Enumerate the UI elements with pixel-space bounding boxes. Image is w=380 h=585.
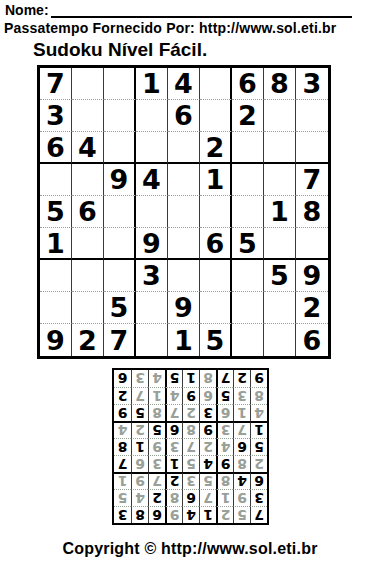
puzzle-cell-r8c1[interactable] — [40, 292, 72, 324]
puzzle-cell-r3c4[interactable] — [136, 132, 168, 164]
solution-cell-r1c8: 8 — [131, 506, 148, 523]
solution-cell-r6c9: 4 — [114, 421, 131, 438]
puzzle-cell-r1c9[interactable]: 3 — [296, 68, 328, 100]
solution-cell-r1c5: 4 — [182, 506, 199, 523]
solution-cell-r5c5: 7 — [182, 438, 199, 455]
solution-cell-r1c4: 1 — [199, 506, 216, 523]
puzzle-cell-r7c1[interactable] — [40, 260, 72, 292]
puzzle-cell-r1c6[interactable] — [200, 68, 232, 100]
solution-cell-r3c1: 6 — [250, 472, 267, 489]
solution-cell-r5c8: 1 — [131, 438, 148, 455]
solution-cell-r2c1: 3 — [250, 489, 267, 506]
puzzle-cell-r9c2[interactable]: 2 — [72, 324, 104, 356]
solution-cell-r8c7: 1 — [148, 387, 165, 404]
solution-cell-r6c6: 6 — [165, 421, 182, 438]
puzzle-cell-r7c2[interactable] — [72, 260, 104, 292]
solution-cell-r6c3: 3 — [216, 421, 233, 438]
name-blank-line — [51, 3, 352, 18]
solution-cell-r9c6: 5 — [165, 370, 182, 387]
solution-cell-r8c3: 5 — [216, 387, 233, 404]
puzzle-cell-r3c6[interactable]: 2 — [200, 132, 232, 164]
solution-cell-r4c8: 6 — [131, 455, 148, 472]
puzzle-cell-r4c1[interactable] — [40, 164, 72, 196]
puzzle-cell-r9c8[interactable] — [264, 324, 296, 356]
solution-cell-r5c9: 8 — [114, 438, 131, 455]
solution-cell-r6c2: 7 — [233, 421, 250, 438]
solution-cell-r3c6: 2 — [165, 472, 182, 489]
puzzle-cell-r3c1[interactable]: 6 — [40, 132, 72, 164]
solution-cell-r7c9: 9 — [114, 404, 131, 421]
solution-cell-r8c2: 3 — [233, 387, 250, 404]
solution-cell-r5c1: 5 — [250, 438, 267, 455]
puzzle-cell-r6c7[interactable]: 5 — [232, 228, 264, 260]
solution-cell-r6c4: 9 — [199, 421, 216, 438]
solution-cell-r2c7: 2 — [148, 489, 165, 506]
solution-cell-r1c9: 3 — [114, 506, 131, 523]
solution-cell-r3c2: 4 — [233, 472, 250, 489]
solution-cell-r7c2: 1 — [233, 404, 250, 421]
solution-cell-r9c8: 3 — [131, 370, 148, 387]
puzzle-cell-r1c2[interactable] — [72, 68, 104, 100]
solution-cell-r7c3: 6 — [216, 404, 233, 421]
puzzle-cell-r2c3[interactable] — [104, 100, 136, 132]
solution-cell-r9c2: 2 — [233, 370, 250, 387]
solution-cell-r9c7: 4 — [148, 370, 165, 387]
solution-cell-r7c8: 5 — [131, 404, 148, 421]
solution-cell-r1c7: 6 — [148, 506, 165, 523]
provider-line: Passatempo Fornecido Por: http://www.sol… — [0, 18, 380, 37]
puzzle-cell-r2c9[interactable] — [296, 100, 328, 132]
puzzle-cell-r2c1[interactable]: 3 — [40, 100, 72, 132]
puzzle-cell-r8c4[interactable] — [136, 292, 168, 324]
solution-cell-r7c7: 8 — [148, 404, 165, 421]
puzzle-cell-r8c6[interactable] — [200, 292, 232, 324]
solution-cell-r6c5: 8 — [182, 421, 199, 438]
puzzle-cell-r1c4[interactable]: 1 — [136, 68, 168, 100]
solution-cell-r8c9: 2 — [114, 387, 131, 404]
puzzle-cell-r5c6[interactable] — [200, 196, 232, 228]
solution-cell-r4c3: 9 — [216, 455, 233, 472]
solution-cell-r3c3: 8 — [216, 472, 233, 489]
puzzle-cell-r4c2[interactable] — [72, 164, 104, 196]
puzzle-cell-r5c8[interactable]: 1 — [264, 196, 296, 228]
puzzle-cell-r5c7[interactable] — [232, 196, 264, 228]
puzzle-cell-r9c5[interactable]: 1 — [168, 324, 200, 356]
puzzle-cell-r5c9[interactable]: 8 — [296, 196, 328, 228]
puzzle-cell-r2c7[interactable]: 2 — [232, 100, 264, 132]
puzzle-cell-r8c2[interactable] — [72, 292, 104, 324]
puzzle-cell-r3c9[interactable] — [296, 132, 328, 164]
solution-cell-r1c2: 5 — [233, 506, 250, 523]
solution-cell-r4c7: 3 — [148, 455, 165, 472]
solution-cell-r2c8: 4 — [131, 489, 148, 506]
puzzle-cell-r1c7[interactable]: 6 — [232, 68, 264, 100]
solution-cell-r8c8: 7 — [131, 387, 148, 404]
puzzle-cell-r1c1[interactable]: 7 — [40, 68, 72, 100]
sudoku-puzzle-grid: 714683362642941756181965359592927156 — [37, 65, 331, 359]
solution-cell-r4c6: 1 — [165, 455, 182, 472]
solution-cell-r2c2: 9 — [233, 489, 250, 506]
puzzle-cell-r9c7[interactable] — [232, 324, 264, 356]
puzzle-cell-r7c6[interactable] — [200, 260, 232, 292]
puzzle-cell-r7c5[interactable] — [168, 260, 200, 292]
puzzle-cell-r3c7[interactable] — [232, 132, 264, 164]
sudoku-worksheet-page: Nome: Passatempo Fornecido Por: http://w… — [0, 0, 380, 585]
puzzle-cell-r7c8[interactable]: 5 — [264, 260, 296, 292]
puzzle-cell-r9c6[interactable]: 5 — [200, 324, 232, 356]
puzzle-cell-r8c7[interactable] — [232, 292, 264, 324]
solution-cell-r8c5: 9 — [182, 387, 199, 404]
puzzle-cell-r6c5[interactable] — [168, 228, 200, 260]
puzzle-cell-r4c9[interactable]: 7 — [296, 164, 328, 196]
puzzle-cell-r3c5[interactable] — [168, 132, 200, 164]
puzzle-cell-r8c5[interactable]: 9 — [168, 292, 200, 324]
solution-cell-r4c1: 2 — [250, 455, 267, 472]
puzzle-cell-r8c9[interactable]: 2 — [296, 292, 328, 324]
solution-cell-r3c5: 3 — [182, 472, 199, 489]
solution-cell-r5c7: 9 — [148, 438, 165, 455]
puzzle-cell-r3c8[interactable] — [264, 132, 296, 164]
solution-cell-r9c1: 9 — [250, 370, 267, 387]
puzzle-cell-r1c8[interactable]: 8 — [264, 68, 296, 100]
puzzle-cell-r2c8[interactable] — [264, 100, 296, 132]
solution-cell-r4c4: 4 — [199, 455, 216, 472]
puzzle-cell-r4c5[interactable] — [168, 164, 200, 196]
solution-cell-r3c8: 9 — [131, 472, 148, 489]
solution-cell-r3c9: 1 — [114, 472, 131, 489]
solution-cell-r9c3: 7 — [216, 370, 233, 387]
solution-cell-r7c5: 2 — [182, 404, 199, 421]
puzzle-cell-r1c3[interactable] — [104, 68, 136, 100]
solution-cell-r6c8: 2 — [131, 421, 148, 438]
solution-cell-r7c4: 3 — [199, 404, 216, 421]
puzzle-cell-r2c6[interactable] — [200, 100, 232, 132]
page-title: Sudoku Nível Fácil. — [0, 37, 380, 64]
puzzle-cell-r4c8[interactable] — [264, 164, 296, 196]
puzzle-cell-r8c3[interactable]: 5 — [104, 292, 136, 324]
solution-cell-r2c5: 6 — [182, 489, 199, 506]
puzzle-cell-r5c5[interactable] — [168, 196, 200, 228]
puzzle-cell-r6c4[interactable]: 9 — [136, 228, 168, 260]
solution-cell-r5c4: 2 — [199, 438, 216, 455]
solution-cell-r3c7: 7 — [148, 472, 165, 489]
solution-cell-r9c9: 6 — [114, 370, 131, 387]
solution-cell-r2c4: 7 — [199, 489, 216, 506]
puzzle-cell-r2c5[interactable]: 6 — [168, 100, 200, 132]
puzzle-cell-r3c3[interactable] — [104, 132, 136, 164]
puzzle-cell-r2c2[interactable] — [72, 100, 104, 132]
puzzle-cell-r9c3[interactable]: 7 — [104, 324, 136, 356]
solution-cell-r5c6: 3 — [165, 438, 182, 455]
puzzle-cell-r7c7[interactable] — [232, 260, 264, 292]
puzzle-cell-r7c3[interactable] — [104, 260, 136, 292]
solution-cell-r6c7: 5 — [148, 421, 165, 438]
puzzle-cell-r6c9[interactable] — [296, 228, 328, 260]
solution-cell-r7c6: 7 — [165, 404, 182, 421]
puzzle-cell-r7c4[interactable]: 3 — [136, 260, 168, 292]
solution-cell-r2c6: 8 — [165, 489, 182, 506]
solution-cell-r9c4: 8 — [199, 370, 216, 387]
solution-cell-r1c3: 2 — [216, 506, 233, 523]
solution-cell-r5c3: 4 — [216, 438, 233, 455]
puzzle-cell-r4c6[interactable]: 1 — [200, 164, 232, 196]
solution-cell-r2c9: 5 — [114, 489, 131, 506]
solution-cell-r9c5: 1 — [182, 370, 199, 387]
puzzle-cell-r9c1[interactable]: 9 — [40, 324, 72, 356]
puzzle-cell-r3c2[interactable]: 4 — [72, 132, 104, 164]
name-label: Nome: — [5, 3, 49, 18]
puzzle-cell-r8c8[interactable] — [264, 292, 296, 324]
puzzle-cell-r4c4[interactable]: 4 — [136, 164, 168, 196]
solution-cell-r4c9: 7 — [114, 455, 131, 472]
solution-cell-r4c5: 5 — [182, 455, 199, 472]
puzzle-cell-r5c2[interactable]: 6 — [72, 196, 104, 228]
puzzle-cell-r2c4[interactable] — [136, 100, 168, 132]
solution-cell-r2c3: 1 — [216, 489, 233, 506]
sudoku-solution-grid-rotated: 7521496833917682456485327912894513675642… — [112, 368, 269, 525]
puzzle-cell-r5c3[interactable] — [104, 196, 136, 228]
puzzle-cell-r4c7[interactable] — [232, 164, 264, 196]
puzzle-cell-r6c3[interactable] — [104, 228, 136, 260]
puzzle-cell-r6c6[interactable]: 6 — [200, 228, 232, 260]
solution-cell-r8c6: 4 — [165, 387, 182, 404]
solution-cell-r4c2: 8 — [233, 455, 250, 472]
solution-cell-r1c6: 9 — [165, 506, 182, 523]
puzzle-cell-r9c4[interactable] — [136, 324, 168, 356]
puzzle-cell-r6c2[interactable] — [72, 228, 104, 260]
solution-cell-r8c4: 6 — [199, 387, 216, 404]
solution-cell-r5c2: 6 — [233, 438, 250, 455]
puzzle-cell-r6c8[interactable] — [264, 228, 296, 260]
name-row: Nome: — [0, 0, 380, 18]
solution-cell-r1c1: 7 — [250, 506, 267, 523]
puzzle-cell-r1c5[interactable]: 4 — [168, 68, 200, 100]
puzzle-cell-r9c9[interactable]: 6 — [296, 324, 328, 356]
copyright: Copyright © http://www.sol.eti.br — [0, 540, 380, 558]
puzzle-cell-r7c9[interactable]: 9 — [296, 260, 328, 292]
solution-cell-r6c1: 1 — [250, 421, 267, 438]
puzzle-cell-r4c3[interactable]: 9 — [104, 164, 136, 196]
puzzle-cell-r5c1[interactable]: 5 — [40, 196, 72, 228]
puzzle-cell-r5c4[interactable] — [136, 196, 168, 228]
puzzle-cell-r6c1[interactable]: 1 — [40, 228, 72, 260]
solution-cell-r3c4: 5 — [199, 472, 216, 489]
solution-cell-r8c1: 8 — [250, 387, 267, 404]
solution-cell-r7c1: 4 — [250, 404, 267, 421]
